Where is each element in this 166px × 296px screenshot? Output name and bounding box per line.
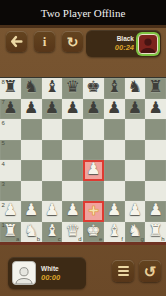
rank-label-3: 3 xyxy=(2,181,5,187)
square-g8[interactable]: ♞ xyxy=(125,78,146,99)
square-b8[interactable]: ♞ xyxy=(21,78,42,99)
square-g6[interactable] xyxy=(125,119,146,140)
piece-white-pawn: ♟ xyxy=(107,202,121,218)
square-e2[interactable] xyxy=(83,201,104,222)
piece-white-pawn: ♟ xyxy=(3,202,17,218)
piece-black-pawn: ♟ xyxy=(148,100,162,116)
file-label-e: e xyxy=(99,236,102,242)
square-b4[interactable] xyxy=(21,160,42,181)
square-a8[interactable]: 8♜ xyxy=(0,78,21,99)
piece-white-pawn: ♟ xyxy=(24,202,38,218)
menu-button[interactable] xyxy=(112,260,134,282)
undo-button[interactable]: ↺ xyxy=(139,260,161,282)
square-d8[interactable]: ♛ xyxy=(62,78,83,99)
square-a7[interactable]: 7♟ xyxy=(0,99,21,120)
piece-black-pawn: ♟ xyxy=(86,100,100,116)
square-h3[interactable] xyxy=(145,181,166,202)
chess-app: Two Player Offline i ↻ Black 00:24 8♜♞♝♛… xyxy=(0,0,166,296)
piece-black-knight: ♞ xyxy=(24,79,38,95)
square-d3[interactable] xyxy=(62,181,83,202)
piece-black-knight: ♞ xyxy=(128,79,142,95)
square-a1[interactable]: 1a♜ xyxy=(0,222,21,243)
square-d2[interactable]: ♟ xyxy=(62,201,83,222)
black-player-card: Black 00:24 xyxy=(86,30,161,57)
square-g5[interactable] xyxy=(125,140,146,161)
square-d1[interactable]: d♛ xyxy=(62,222,83,243)
page-title: Two Player Offline xyxy=(41,7,126,19)
titlebar-shadow xyxy=(0,25,166,28)
white-player-name: White xyxy=(41,265,59,273)
file-label-h: h xyxy=(161,236,164,242)
square-g4[interactable] xyxy=(125,160,146,181)
white-avatar xyxy=(12,261,36,285)
menu-icon xyxy=(118,266,129,276)
white-avatar-silhouette-icon xyxy=(14,266,34,284)
piece-black-pawn: ♟ xyxy=(24,100,38,116)
piece-white-pawn: ♟ xyxy=(86,161,100,177)
square-a4[interactable]: 4 xyxy=(0,160,21,181)
piece-black-king: ♚ xyxy=(86,79,100,95)
piece-black-pawn: ♟ xyxy=(45,100,59,116)
square-g1[interactable]: g♞ xyxy=(125,222,146,243)
square-h1[interactable]: h♜ xyxy=(145,222,166,243)
square-g3[interactable] xyxy=(125,181,146,202)
square-g7[interactable]: ♟ xyxy=(125,99,146,120)
black-avatar xyxy=(138,34,158,54)
piece-black-rook: ♜ xyxy=(148,79,162,95)
square-d7[interactable]: ♟ xyxy=(62,99,83,120)
square-g2[interactable]: ♟ xyxy=(125,201,146,222)
rank-label-7: 7 xyxy=(2,99,5,105)
rank-label-4: 4 xyxy=(2,161,5,167)
square-h6[interactable] xyxy=(145,119,166,140)
square-c3[interactable] xyxy=(42,181,63,202)
square-d6[interactable] xyxy=(62,119,83,140)
back-button[interactable] xyxy=(6,31,27,52)
flip-board-icon: ↻ xyxy=(67,35,79,49)
piece-black-pawn: ♟ xyxy=(3,100,17,116)
square-f4[interactable] xyxy=(104,160,125,181)
square-h7[interactable]: ♟ xyxy=(145,99,166,120)
piece-black-queen: ♛ xyxy=(65,79,79,95)
chess-board: 8♜♞♝♛♚♝♞♜7♟♟♟♟♟♟♟♟654♟32♟♟♟♟♟♟♟1a♜b♞c♝d♛… xyxy=(0,77,166,245)
black-player-clock: 00:24 xyxy=(115,43,134,52)
file-label-f: f xyxy=(121,236,123,242)
undo-icon: ↺ xyxy=(144,264,157,279)
square-h5[interactable] xyxy=(145,140,166,161)
square-a6[interactable]: 6 xyxy=(0,119,21,140)
square-f2[interactable]: ♟ xyxy=(104,201,125,222)
piece-black-pawn: ♟ xyxy=(65,100,79,116)
square-c4[interactable] xyxy=(42,160,63,181)
piece-white-pawn: ♟ xyxy=(148,202,162,218)
square-f5[interactable] xyxy=(104,140,125,161)
rank-label-2: 2 xyxy=(2,202,5,208)
piece-white-pawn: ♟ xyxy=(128,202,142,218)
square-e6[interactable] xyxy=(83,119,104,140)
square-h2[interactable]: ♟ xyxy=(145,201,166,222)
square-c2[interactable]: ♟ xyxy=(42,201,63,222)
file-label-a: a xyxy=(16,236,19,242)
square-d4[interactable] xyxy=(62,160,83,181)
rank-label-6: 6 xyxy=(2,120,5,126)
white-player-card: White 00:00 xyxy=(8,257,86,289)
square-b5[interactable] xyxy=(21,140,42,161)
rank-label-5: 5 xyxy=(2,140,5,146)
piece-white-pawn: ♟ xyxy=(65,202,79,218)
rank-label-8: 8 xyxy=(2,79,5,85)
square-e5[interactable] xyxy=(83,140,104,161)
title-bar: Two Player Offline xyxy=(0,0,166,25)
move-origin-icon xyxy=(88,202,99,220)
piece-black-bishop: ♝ xyxy=(45,79,59,95)
back-arrow-icon xyxy=(10,35,23,48)
square-f6[interactable] xyxy=(104,119,125,140)
square-a2[interactable]: 2♟ xyxy=(0,201,21,222)
square-f8[interactable]: ♝ xyxy=(104,78,125,99)
piece-white-pawn: ♟ xyxy=(45,202,59,218)
square-f1[interactable]: f♝ xyxy=(104,222,125,243)
square-d5[interactable] xyxy=(62,140,83,161)
square-e8[interactable]: ♚ xyxy=(83,78,104,99)
square-e3[interactable] xyxy=(83,181,104,202)
square-c5[interactable] xyxy=(42,140,63,161)
square-h4[interactable] xyxy=(145,160,166,181)
black-avatar-silhouette-icon xyxy=(139,37,157,53)
square-a5[interactable]: 5 xyxy=(0,140,21,161)
square-c1[interactable]: c♝ xyxy=(42,222,63,243)
info-icon: i xyxy=(43,34,47,50)
flip-board-button[interactable]: ↻ xyxy=(62,31,83,52)
file-label-d: d xyxy=(78,236,81,242)
info-button[interactable]: i xyxy=(34,31,55,52)
square-f7[interactable]: ♟ xyxy=(104,99,125,120)
square-c6[interactable] xyxy=(42,119,63,140)
square-b1[interactable]: b♞ xyxy=(21,222,42,243)
square-h8[interactable]: ♜ xyxy=(145,78,166,99)
square-b7[interactable]: ♟ xyxy=(21,99,42,120)
square-a3[interactable]: 3 xyxy=(0,181,21,202)
square-e7[interactable]: ♟ xyxy=(83,99,104,120)
piece-black-pawn: ♟ xyxy=(128,100,142,116)
square-e4[interactable]: ♟ xyxy=(83,160,104,181)
black-player-name: Black xyxy=(117,35,134,43)
square-e1[interactable]: e♚ xyxy=(83,222,104,243)
square-f3[interactable] xyxy=(104,181,125,202)
rank-label-1: 1 xyxy=(2,222,5,228)
square-b3[interactable] xyxy=(21,181,42,202)
piece-black-rook: ♜ xyxy=(3,79,17,95)
square-b2[interactable]: ♟ xyxy=(21,201,42,222)
piece-black-bishop: ♝ xyxy=(107,79,121,95)
piece-white-bishop: ♝ xyxy=(107,223,121,239)
square-c7[interactable]: ♟ xyxy=(42,99,63,120)
square-b6[interactable] xyxy=(21,119,42,140)
piece-black-pawn: ♟ xyxy=(107,100,121,116)
file-label-c: c xyxy=(58,236,61,242)
file-label-g: g xyxy=(140,236,143,242)
square-c8[interactable]: ♝ xyxy=(42,78,63,99)
white-player-clock: 00:00 xyxy=(41,273,60,282)
file-label-b: b xyxy=(37,236,40,242)
